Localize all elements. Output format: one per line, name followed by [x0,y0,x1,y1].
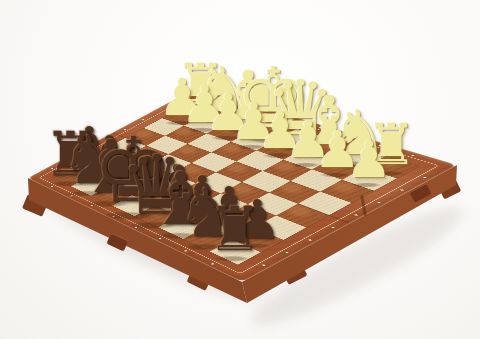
product-photo-scene: ♜♞♝♚♛♝♞♜♟♟♟♟♟♟♟♟♟♟♟♟♟♟♟♟♜♞♝♚♛♝♞♜ [0,0,480,339]
